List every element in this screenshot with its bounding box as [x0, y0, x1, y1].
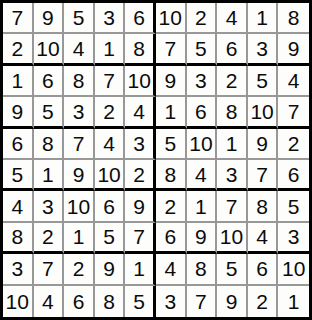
cell-r9c4[interactable]: 9	[95, 254, 126, 285]
cell-r8c6[interactable]: 6	[156, 223, 187, 254]
cell-r2c4[interactable]: 1	[95, 34, 126, 65]
cell-r3c8[interactable]: 2	[217, 66, 248, 97]
cell-r6c2[interactable]: 1	[34, 160, 65, 191]
cell-r9c5[interactable]: 1	[125, 254, 156, 285]
cell-r4c2[interactable]: 5	[34, 97, 65, 128]
cell-r2c9[interactable]: 3	[248, 34, 279, 65]
cell-r9c8[interactable]: 5	[217, 254, 248, 285]
cell-r10c7[interactable]: 7	[187, 286, 218, 317]
cell-r4c10[interactable]: 7	[278, 97, 309, 128]
cell-r3c10[interactable]: 4	[278, 66, 309, 97]
cell-r5c10[interactable]: 2	[278, 129, 309, 160]
cell-r7c4[interactable]: 6	[95, 191, 126, 222]
cell-r7c6[interactable]: 2	[156, 191, 187, 222]
cell-r4c4[interactable]: 2	[95, 97, 126, 128]
cell-r9c9[interactable]: 6	[248, 254, 279, 285]
cell-r7c5[interactable]: 9	[125, 191, 156, 222]
cell-r5c5[interactable]: 3	[125, 129, 156, 160]
cell-r10c6[interactable]: 3	[156, 286, 187, 317]
cell-r7c10[interactable]: 5	[278, 191, 309, 222]
cell-r3c6[interactable]: 9	[156, 66, 187, 97]
cell-r9c10[interactable]: 10	[278, 254, 309, 285]
cell-r6c7[interactable]: 4	[187, 160, 218, 191]
cell-r10c9[interactable]: 2	[248, 286, 279, 317]
sudoku-board: 7953610241821041875639168710932549532416…	[0, 0, 312, 320]
cell-r3c4[interactable]: 7	[95, 66, 126, 97]
cell-r1c10[interactable]: 8	[278, 3, 309, 34]
cell-r1c9[interactable]: 1	[248, 3, 279, 34]
cell-r7c1[interactable]: 4	[3, 191, 34, 222]
cell-r6c5[interactable]: 2	[125, 160, 156, 191]
cell-r2c6[interactable]: 7	[156, 34, 187, 65]
cell-r2c8[interactable]: 6	[217, 34, 248, 65]
cell-r10c1[interactable]: 10	[3, 286, 34, 317]
cell-r8c3[interactable]: 1	[64, 223, 95, 254]
cell-r10c5[interactable]: 5	[125, 286, 156, 317]
cell-r5c6[interactable]: 5	[156, 129, 187, 160]
cell-r4c9[interactable]: 10	[248, 97, 279, 128]
cell-r2c3[interactable]: 4	[64, 34, 95, 65]
cell-r7c2[interactable]: 3	[34, 191, 65, 222]
cell-r5c3[interactable]: 7	[64, 129, 95, 160]
cell-r8c7[interactable]: 9	[187, 223, 218, 254]
cell-r8c9[interactable]: 4	[248, 223, 279, 254]
cell-r4c7[interactable]: 6	[187, 97, 218, 128]
cell-r5c2[interactable]: 8	[34, 129, 65, 160]
cell-r10c2[interactable]: 4	[34, 286, 65, 317]
cell-r1c8[interactable]: 4	[217, 3, 248, 34]
cell-r5c1[interactable]: 6	[3, 129, 34, 160]
cell-r8c8[interactable]: 10	[217, 223, 248, 254]
cell-r3c2[interactable]: 6	[34, 66, 65, 97]
cell-r4c6[interactable]: 1	[156, 97, 187, 128]
cell-r3c3[interactable]: 8	[64, 66, 95, 97]
cell-r5c9[interactable]: 9	[248, 129, 279, 160]
cell-r6c9[interactable]: 7	[248, 160, 279, 191]
cell-r3c1[interactable]: 1	[3, 66, 34, 97]
cell-r4c1[interactable]: 9	[3, 97, 34, 128]
cell-r8c5[interactable]: 7	[125, 223, 156, 254]
cell-r5c8[interactable]: 1	[217, 129, 248, 160]
cell-r9c3[interactable]: 2	[64, 254, 95, 285]
cell-r7c7[interactable]: 1	[187, 191, 218, 222]
cell-r5c4[interactable]: 4	[95, 129, 126, 160]
cell-r9c6[interactable]: 4	[156, 254, 187, 285]
cell-r2c5[interactable]: 8	[125, 34, 156, 65]
cell-r6c10[interactable]: 6	[278, 160, 309, 191]
cell-r6c1[interactable]: 5	[3, 160, 34, 191]
cell-r1c6[interactable]: 10	[156, 3, 187, 34]
cell-r2c7[interactable]: 5	[187, 34, 218, 65]
cell-r4c3[interactable]: 3	[64, 97, 95, 128]
cell-r10c4[interactable]: 8	[95, 286, 126, 317]
cell-r10c8[interactable]: 9	[217, 286, 248, 317]
cell-r2c1[interactable]: 2	[3, 34, 34, 65]
cell-r3c5[interactable]: 10	[125, 66, 156, 97]
cell-r10c3[interactable]: 6	[64, 286, 95, 317]
cell-r6c4[interactable]: 10	[95, 160, 126, 191]
cell-r4c8[interactable]: 8	[217, 97, 248, 128]
cell-r8c2[interactable]: 2	[34, 223, 65, 254]
cell-r1c2[interactable]: 9	[34, 3, 65, 34]
cell-r7c9[interactable]: 8	[248, 191, 279, 222]
cell-r1c5[interactable]: 6	[125, 3, 156, 34]
cell-r3c9[interactable]: 5	[248, 66, 279, 97]
cell-r2c2[interactable]: 10	[34, 34, 65, 65]
cell-r6c3[interactable]: 9	[64, 160, 95, 191]
cell-r1c7[interactable]: 2	[187, 3, 218, 34]
cell-r9c7[interactable]: 8	[187, 254, 218, 285]
cell-r4c5[interactable]: 4	[125, 97, 156, 128]
cell-r7c3[interactable]: 10	[64, 191, 95, 222]
cell-r5c7[interactable]: 10	[187, 129, 218, 160]
cell-r8c4[interactable]: 5	[95, 223, 126, 254]
cell-r9c1[interactable]: 3	[3, 254, 34, 285]
cell-r1c3[interactable]: 5	[64, 3, 95, 34]
cell-r1c1[interactable]: 7	[3, 3, 34, 34]
cell-r2c10[interactable]: 9	[278, 34, 309, 65]
cell-r8c1[interactable]: 8	[3, 223, 34, 254]
cell-r8c10[interactable]: 3	[278, 223, 309, 254]
cell-r3c7[interactable]: 3	[187, 66, 218, 97]
cell-r7c8[interactable]: 7	[217, 191, 248, 222]
cell-r6c8[interactable]: 3	[217, 160, 248, 191]
cell-r10c10[interactable]: 1	[278, 286, 309, 317]
cell-r1c4[interactable]: 3	[95, 3, 126, 34]
cell-r6c6[interactable]: 8	[156, 160, 187, 191]
cell-r9c2[interactable]: 7	[34, 254, 65, 285]
